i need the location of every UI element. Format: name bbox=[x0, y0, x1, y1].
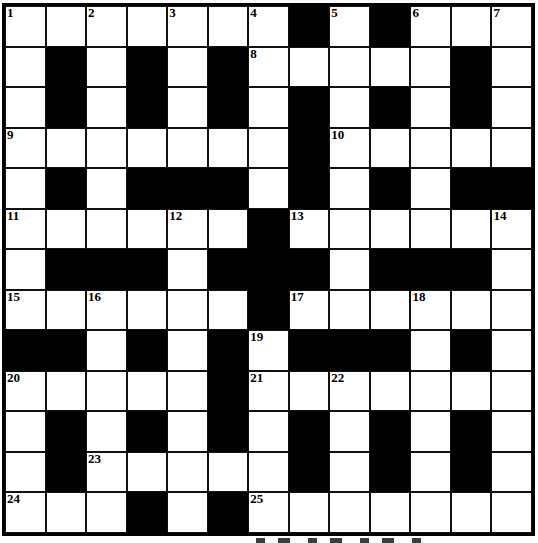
black-cell-r8c7 bbox=[248, 290, 289, 331]
black-cell-r11c6 bbox=[208, 411, 249, 452]
black-cell-r11c10 bbox=[370, 411, 411, 452]
clue-number-17: 17 bbox=[291, 290, 304, 304]
grid-cell-r9c7[interactable]: 19 bbox=[248, 330, 289, 371]
clue-number-21: 21 bbox=[250, 371, 263, 385]
grid-cell-r10c12[interactable] bbox=[451, 371, 492, 412]
grid-cell-r10c7[interactable]: 21 bbox=[248, 371, 289, 412]
black-cell-r3c4 bbox=[127, 87, 168, 128]
black-cell-r12c12 bbox=[451, 452, 492, 493]
black-cell-r9c8 bbox=[289, 330, 330, 371]
grid-cell-r13c1[interactable]: 24 bbox=[5, 492, 46, 533]
grid-cell-r6c8[interactable]: 13 bbox=[289, 209, 330, 250]
grid-cell-r8c12[interactable] bbox=[451, 290, 492, 331]
grid-cell-r4c9[interactable]: 10 bbox=[329, 128, 370, 169]
clue-number-24: 24 bbox=[7, 492, 20, 506]
grid-cell-r2c9[interactable] bbox=[329, 47, 370, 88]
grid-cell-r9c13[interactable] bbox=[491, 330, 532, 371]
grid-cell-r6c3[interactable] bbox=[86, 209, 127, 250]
black-cell-r2c12 bbox=[451, 47, 492, 88]
grid-cell-r7c1[interactable] bbox=[5, 249, 46, 290]
grid-cell-r1c9[interactable]: 5 bbox=[329, 6, 370, 47]
black-cell-r9c10 bbox=[370, 330, 411, 371]
grid-cell-r12c3[interactable]: 23 bbox=[86, 452, 127, 493]
crossword-page: 1234567891011121314151617181920212223242… bbox=[0, 0, 538, 543]
grid-cell-r8c10[interactable] bbox=[370, 290, 411, 331]
grid-cell-r4c5[interactable] bbox=[167, 128, 208, 169]
black-cell-r3c10 bbox=[370, 87, 411, 128]
grid-cell-r1c5[interactable]: 3 bbox=[167, 6, 208, 47]
grid-cell-r13c2[interactable] bbox=[46, 492, 87, 533]
grid-cell-r8c9[interactable] bbox=[329, 290, 370, 331]
grid-cell-r13c9[interactable] bbox=[329, 492, 370, 533]
grid-cell-r8c3[interactable]: 16 bbox=[86, 290, 127, 331]
grid-cell-r4c11[interactable] bbox=[410, 128, 451, 169]
black-cell-r7c10 bbox=[370, 249, 411, 290]
grid-cell-r8c5[interactable] bbox=[167, 290, 208, 331]
black-cell-r3c8 bbox=[289, 87, 330, 128]
grid-cell-r13c3[interactable] bbox=[86, 492, 127, 533]
black-cell-r5c5 bbox=[167, 168, 208, 209]
black-cell-r5c10 bbox=[370, 168, 411, 209]
grid-cell-r4c3[interactable] bbox=[86, 128, 127, 169]
grid-cell-r6c4[interactable] bbox=[127, 209, 168, 250]
black-cell-r12c2 bbox=[46, 452, 87, 493]
clue-number-8: 8 bbox=[250, 47, 257, 61]
grid-cell-r6c6[interactable] bbox=[208, 209, 249, 250]
black-cell-r7c3 bbox=[86, 249, 127, 290]
black-cell-r7c8 bbox=[289, 249, 330, 290]
grid-cell-r6c13[interactable]: 14 bbox=[491, 209, 532, 250]
black-cell-r7c6 bbox=[208, 249, 249, 290]
black-cell-r7c12 bbox=[451, 249, 492, 290]
grid-cell-r10c2[interactable] bbox=[46, 371, 87, 412]
grid-cell-r9c5[interactable] bbox=[167, 330, 208, 371]
black-cell-r12c10 bbox=[370, 452, 411, 493]
grid-cell-r12c7[interactable] bbox=[248, 452, 289, 493]
grid-cell-r1c1[interactable]: 1 bbox=[5, 6, 46, 47]
grid-cell-r4c2[interactable] bbox=[46, 128, 87, 169]
black-cell-r13c6 bbox=[208, 492, 249, 533]
clue-number-5: 5 bbox=[331, 6, 338, 20]
grid-cell-r9c11[interactable] bbox=[410, 330, 451, 371]
black-cell-r13c4 bbox=[127, 492, 168, 533]
clue-number-9: 9 bbox=[7, 128, 14, 142]
caption-letter-tops bbox=[256, 538, 426, 543]
grid-cell-r10c13[interactable] bbox=[491, 371, 532, 412]
grid-cell-r13c7[interactable]: 25 bbox=[248, 492, 289, 533]
clue-number-18: 18 bbox=[412, 290, 425, 304]
grid-cell-r10c11[interactable] bbox=[410, 371, 451, 412]
clue-number-25: 25 bbox=[250, 492, 263, 506]
grid-cell-r6c10[interactable] bbox=[370, 209, 411, 250]
grid-cell-r4c6[interactable] bbox=[208, 128, 249, 169]
clue-number-4: 4 bbox=[250, 6, 257, 20]
black-cell-r2c6 bbox=[208, 47, 249, 88]
grid-cell-r6c12[interactable] bbox=[451, 209, 492, 250]
grid-cell-r11c1[interactable] bbox=[5, 411, 46, 452]
grid-cell-r2c11[interactable] bbox=[410, 47, 451, 88]
black-cell-r10c6 bbox=[208, 371, 249, 412]
grid-cell-r8c11[interactable]: 18 bbox=[410, 290, 451, 331]
grid-cell-r10c9[interactable]: 22 bbox=[329, 371, 370, 412]
grid-cell-r11c11[interactable] bbox=[410, 411, 451, 452]
grid-cell-r6c9[interactable] bbox=[329, 209, 370, 250]
grid-cell-r11c13[interactable] bbox=[491, 411, 532, 452]
grid-cell-r3c7[interactable] bbox=[248, 87, 289, 128]
grid-cell-r10c4[interactable] bbox=[127, 371, 168, 412]
grid-cell-r6c1[interactable]: 11 bbox=[5, 209, 46, 250]
clue-number-16: 16 bbox=[88, 290, 101, 304]
grid-cell-r13c5[interactable] bbox=[167, 492, 208, 533]
grid-cell-r8c1[interactable]: 15 bbox=[5, 290, 46, 331]
clue-number-3: 3 bbox=[169, 6, 176, 20]
grid-cell-r2c10[interactable] bbox=[370, 47, 411, 88]
black-cell-r4c8 bbox=[289, 128, 330, 169]
black-cell-r9c1 bbox=[5, 330, 46, 371]
grid-cell-r2c7[interactable]: 8 bbox=[248, 47, 289, 88]
black-cell-r6c7 bbox=[248, 209, 289, 250]
grid-cell-r11c3[interactable] bbox=[86, 411, 127, 452]
grid-cell-r7c9[interactable] bbox=[329, 249, 370, 290]
grid-cell-r8c8[interactable]: 17 bbox=[289, 290, 330, 331]
grid-cell-r1c7[interactable]: 4 bbox=[248, 6, 289, 47]
grid-cell-r3c1[interactable] bbox=[5, 87, 46, 128]
grid-cell-r6c5[interactable]: 12 bbox=[167, 209, 208, 250]
black-cell-r9c4 bbox=[127, 330, 168, 371]
black-cell-r7c11 bbox=[410, 249, 451, 290]
grid-cell-r12c1[interactable] bbox=[5, 452, 46, 493]
black-cell-r1c8 bbox=[289, 6, 330, 47]
black-cell-r7c4 bbox=[127, 249, 168, 290]
grid-cell-r2c5[interactable] bbox=[167, 47, 208, 88]
grid-cell-r13c11[interactable] bbox=[410, 492, 451, 533]
grid-cell-r1c13[interactable]: 7 bbox=[491, 6, 532, 47]
black-cell-r12c8 bbox=[289, 452, 330, 493]
black-cell-r11c4 bbox=[127, 411, 168, 452]
grid-cell-r6c11[interactable] bbox=[410, 209, 451, 250]
grid-cell-r12c5[interactable] bbox=[167, 452, 208, 493]
grid-cell-r9c3[interactable] bbox=[86, 330, 127, 371]
grid-cell-r8c6[interactable] bbox=[208, 290, 249, 331]
black-cell-r9c6 bbox=[208, 330, 249, 371]
clipped-caption-text bbox=[256, 538, 426, 543]
grid-cell-r5c3[interactable] bbox=[86, 168, 127, 209]
grid-cell-r8c13[interactable] bbox=[491, 290, 532, 331]
grid-cell-r3c3[interactable] bbox=[86, 87, 127, 128]
grid-cell-r13c10[interactable] bbox=[370, 492, 411, 533]
black-cell-r7c7 bbox=[248, 249, 289, 290]
grid-cell-r1c2[interactable] bbox=[46, 6, 87, 47]
black-cell-r5c2 bbox=[46, 168, 87, 209]
clue-number-2: 2 bbox=[88, 6, 95, 20]
grid-cell-r12c11[interactable] bbox=[410, 452, 451, 493]
black-cell-r5c13 bbox=[491, 168, 532, 209]
grid-cell-r10c8[interactable] bbox=[289, 371, 330, 412]
black-cell-r5c8 bbox=[289, 168, 330, 209]
clue-number-22: 22 bbox=[331, 371, 344, 385]
grid-cell-r13c8[interactable] bbox=[289, 492, 330, 533]
clue-number-23: 23 bbox=[88, 452, 101, 466]
grid-cell-r4c13[interactable] bbox=[491, 128, 532, 169]
grid-cell-r12c4[interactable] bbox=[127, 452, 168, 493]
grid-cell-r4c12[interactable] bbox=[451, 128, 492, 169]
grid-cell-r4c1[interactable]: 9 bbox=[5, 128, 46, 169]
grid-cell-r10c1[interactable]: 20 bbox=[5, 371, 46, 412]
clue-number-14: 14 bbox=[493, 209, 506, 223]
grid-cell-r1c4[interactable] bbox=[127, 6, 168, 47]
black-cell-r5c4 bbox=[127, 168, 168, 209]
black-cell-r5c12 bbox=[451, 168, 492, 209]
clue-number-6: 6 bbox=[412, 6, 419, 20]
black-cell-r11c2 bbox=[46, 411, 87, 452]
black-cell-r9c2 bbox=[46, 330, 87, 371]
grid-cell-r5c7[interactable] bbox=[248, 168, 289, 209]
grid-cell-r2c13[interactable] bbox=[491, 47, 532, 88]
grid-cell-r13c13[interactable] bbox=[491, 492, 532, 533]
grid-cell-r8c2[interactable] bbox=[46, 290, 87, 331]
grid-cell-r10c10[interactable] bbox=[370, 371, 411, 412]
grid-cell-r11c7[interactable] bbox=[248, 411, 289, 452]
grid-cell-r11c5[interactable] bbox=[167, 411, 208, 452]
grid-cell-r12c9[interactable] bbox=[329, 452, 370, 493]
black-cell-r7c2 bbox=[46, 249, 87, 290]
black-cell-r9c12 bbox=[451, 330, 492, 371]
clue-number-20: 20 bbox=[7, 371, 20, 385]
grid-cell-r3c5[interactable] bbox=[167, 87, 208, 128]
grid-cell-r2c8[interactable] bbox=[289, 47, 330, 88]
black-cell-r3c12 bbox=[451, 87, 492, 128]
grid-cell-r1c12[interactable] bbox=[451, 6, 492, 47]
grid-cell-r10c5[interactable] bbox=[167, 371, 208, 412]
grid-cell-r8c4[interactable] bbox=[127, 290, 168, 331]
crossword-grid: 1234567891011121314151617181920212223242… bbox=[2, 3, 535, 536]
grid-cell-r4c10[interactable] bbox=[370, 128, 411, 169]
grid-cell-r7c13[interactable] bbox=[491, 249, 532, 290]
grid-cell-r4c7[interactable] bbox=[248, 128, 289, 169]
black-cell-r3c6 bbox=[208, 87, 249, 128]
grid-cell-r12c6[interactable] bbox=[208, 452, 249, 493]
clue-number-7: 7 bbox=[493, 6, 500, 20]
black-cell-r1c10 bbox=[370, 6, 411, 47]
grid-cell-r3c9[interactable] bbox=[329, 87, 370, 128]
grid-cell-r6c2[interactable] bbox=[46, 209, 87, 250]
black-cell-r2c2 bbox=[46, 47, 87, 88]
grid-cell-r3c11[interactable] bbox=[410, 87, 451, 128]
black-cell-r11c8 bbox=[289, 411, 330, 452]
grid-cell-r2c3[interactable] bbox=[86, 47, 127, 88]
black-cell-r3c2 bbox=[46, 87, 87, 128]
grid-cell-r5c11[interactable] bbox=[410, 168, 451, 209]
clue-number-12: 12 bbox=[169, 209, 182, 223]
grid-cell-r3c13[interactable] bbox=[491, 87, 532, 128]
black-cell-r5c6 bbox=[208, 168, 249, 209]
black-cell-r9c9 bbox=[329, 330, 370, 371]
grid-cell-r13c12[interactable] bbox=[451, 492, 492, 533]
clue-number-11: 11 bbox=[7, 209, 19, 223]
grid-cell-r5c9[interactable] bbox=[329, 168, 370, 209]
black-cell-r11c12 bbox=[451, 411, 492, 452]
clue-number-19: 19 bbox=[250, 330, 263, 344]
grid-cell-r12c13[interactable] bbox=[491, 452, 532, 493]
clue-number-15: 15 bbox=[7, 290, 20, 304]
grid-cell-r1c6[interactable] bbox=[208, 6, 249, 47]
grid-cell-r2c1[interactable] bbox=[5, 47, 46, 88]
grid-cell-r1c3[interactable]: 2 bbox=[86, 6, 127, 47]
grid-cell-r5c1[interactable] bbox=[5, 168, 46, 209]
grid-cell-r7c5[interactable] bbox=[167, 249, 208, 290]
grid-cell-r4c4[interactable] bbox=[127, 128, 168, 169]
clue-number-13: 13 bbox=[291, 209, 304, 223]
grid-cell-r1c11[interactable]: 6 bbox=[410, 6, 451, 47]
black-cell-r2c4 bbox=[127, 47, 168, 88]
clue-number-1: 1 bbox=[7, 6, 14, 20]
grid-cell-r11c9[interactable] bbox=[329, 411, 370, 452]
grid-cell-r10c3[interactable] bbox=[86, 371, 127, 412]
clue-number-10: 10 bbox=[331, 128, 344, 142]
